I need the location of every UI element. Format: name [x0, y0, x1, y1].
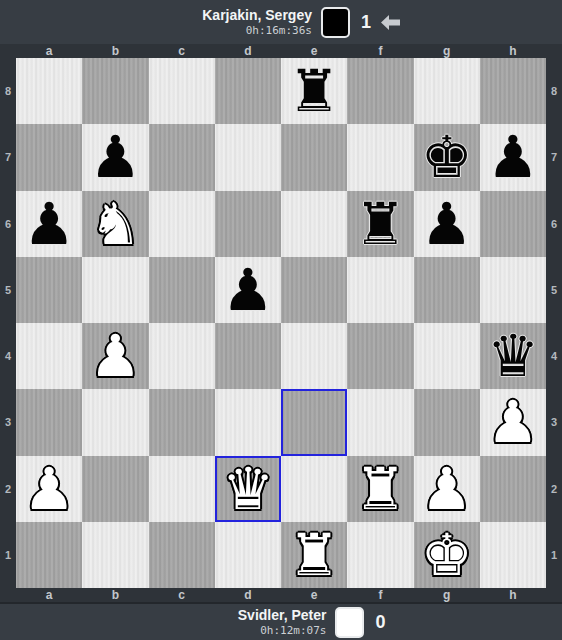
piece-wP-h3[interactable]: ♟ [487, 389, 539, 455]
square-d4[interactable] [215, 323, 281, 389]
square-f5[interactable] [347, 257, 413, 323]
white-color-badge [335, 607, 364, 638]
square-a3[interactable] [16, 389, 82, 455]
file-label-g: g [414, 588, 480, 602]
rank-labels-left: 87654321 [0, 58, 16, 588]
square-f2[interactable]: ♜ [347, 456, 413, 522]
file-label-a: a [16, 44, 82, 58]
file-label-e: e [281, 44, 347, 58]
square-a4[interactable] [16, 323, 82, 389]
square-b6[interactable]: ♞ [82, 191, 148, 257]
square-d2[interactable]: ♛ [215, 456, 281, 522]
rank-label-4: 4 [546, 323, 562, 389]
piece-wN-b6[interactable]: ♞ [89, 191, 141, 257]
piece-wP-g2[interactable]: ♟ [421, 456, 473, 522]
square-c3[interactable] [149, 389, 215, 455]
rank-label-3: 3 [546, 389, 562, 455]
square-a5[interactable] [16, 257, 82, 323]
top-player-clock: 0h:16m:36s [162, 24, 312, 37]
piece-wQ-d2[interactable]: ♛ [222, 456, 274, 522]
square-g5[interactable] [414, 257, 480, 323]
piece-bP-b7[interactable]: ♟ [89, 124, 141, 190]
piece-wR-e1[interactable]: ♜ [288, 522, 340, 588]
rank-label-4: 4 [0, 323, 16, 389]
file-label-g: g [414, 44, 480, 58]
piece-wR-f2[interactable]: ♜ [354, 456, 406, 522]
square-f7[interactable] [347, 124, 413, 190]
file-label-f: f [347, 588, 413, 602]
square-d6[interactable] [215, 191, 281, 257]
square-e1[interactable]: ♜ [281, 522, 347, 588]
square-d1[interactable] [215, 522, 281, 588]
square-f3[interactable] [347, 389, 413, 455]
rank-label-2: 2 [0, 456, 16, 522]
square-h1[interactable] [480, 522, 546, 588]
square-g3[interactable] [414, 389, 480, 455]
square-g4[interactable] [414, 323, 480, 389]
square-e5[interactable] [281, 257, 347, 323]
square-c7[interactable] [149, 124, 215, 190]
file-labels-bottom: abcdefgh [0, 588, 562, 602]
bottom-player-bar: Svidler, Peter 0h:12m:07s 0 [0, 602, 562, 640]
square-b7[interactable]: ♟ [82, 124, 148, 190]
bottom-player-score: 0 [375, 612, 385, 633]
square-h6[interactable] [480, 191, 546, 257]
square-f4[interactable] [347, 323, 413, 389]
rank-label-7: 7 [0, 124, 16, 190]
square-d8[interactable] [215, 58, 281, 124]
square-b3[interactable] [82, 389, 148, 455]
file-label-e: e [281, 588, 347, 602]
piece-bP-h7[interactable]: ♟ [487, 124, 539, 190]
file-label-d: d [215, 588, 281, 602]
rank-label-8: 8 [546, 58, 562, 124]
square-h5[interactable] [480, 257, 546, 323]
piece-bK-g7[interactable]: ♚ [421, 124, 473, 190]
piece-bP-g6[interactable]: ♟ [421, 191, 473, 257]
file-label-d: d [215, 44, 281, 58]
top-player-bar: Karjakin, Sergey 0h:16m:36s 1 [0, 0, 562, 44]
square-a8[interactable] [16, 58, 82, 124]
file-label-f: f [347, 44, 413, 58]
square-d3[interactable] [215, 389, 281, 455]
square-d5[interactable]: ♟ [215, 257, 281, 323]
rank-label-5: 5 [546, 257, 562, 323]
file-label-h: h [480, 588, 546, 602]
square-f1[interactable] [347, 522, 413, 588]
square-d7[interactable] [215, 124, 281, 190]
top-player-name: Karjakin, Sergey [162, 7, 312, 24]
square-h8[interactable] [480, 58, 546, 124]
piece-wP-a2[interactable]: ♟ [23, 456, 75, 522]
rank-label-6: 6 [0, 191, 16, 257]
rank-label-5: 5 [0, 257, 16, 323]
file-label-b: b [82, 588, 148, 602]
square-f8[interactable] [347, 58, 413, 124]
square-b8[interactable] [82, 58, 148, 124]
square-a2[interactable]: ♟ [16, 456, 82, 522]
file-label-c: c [149, 44, 215, 58]
rank-label-6: 6 [546, 191, 562, 257]
rank-label-8: 8 [0, 58, 16, 124]
piece-bQ-h4[interactable]: ♛ [487, 323, 539, 389]
square-g8[interactable] [414, 58, 480, 124]
file-label-b: b [82, 44, 148, 58]
square-h4[interactable]: ♛ [480, 323, 546, 389]
square-h2[interactable] [480, 456, 546, 522]
bottom-player-name: Svidler, Peter [176, 607, 326, 624]
square-c4[interactable] [149, 323, 215, 389]
arrow-left-icon[interactable] [381, 15, 400, 30]
square-e3[interactable] [281, 389, 347, 455]
bottom-player-clock: 0h:12m:07s [176, 624, 326, 637]
square-c2[interactable] [149, 456, 215, 522]
square-g6[interactable]: ♟ [414, 191, 480, 257]
square-g7[interactable]: ♚ [414, 124, 480, 190]
square-e7[interactable] [281, 124, 347, 190]
square-c5[interactable] [149, 257, 215, 323]
piece-wK-g1[interactable]: ♚ [421, 522, 473, 588]
square-b2[interactable] [82, 456, 148, 522]
board-container: abcdefgh 87654321 ♜♟♚♟♟♞♜♟♟♟♛♟♟♛♜♟♜♚ 876… [0, 44, 562, 602]
chess-board: ♜♟♚♟♟♞♜♟♟♟♛♟♟♛♜♟♜♚ [16, 58, 546, 588]
square-c6[interactable] [149, 191, 215, 257]
piece-bP-a6[interactable]: ♟ [23, 191, 75, 257]
file-label-a: a [16, 588, 82, 602]
square-e8[interactable]: ♜ [281, 58, 347, 124]
file-label-h: h [480, 44, 546, 58]
square-b1[interactable] [82, 522, 148, 588]
square-h7[interactable]: ♟ [480, 124, 546, 190]
square-g2[interactable]: ♟ [414, 456, 480, 522]
square-f6[interactable]: ♜ [347, 191, 413, 257]
rank-label-1: 1 [0, 522, 16, 588]
square-e2[interactable] [281, 456, 347, 522]
square-a7[interactable] [16, 124, 82, 190]
square-a1[interactable] [16, 522, 82, 588]
square-a6[interactable]: ♟ [16, 191, 82, 257]
rank-label-3: 3 [0, 389, 16, 455]
square-b4[interactable]: ♟ [82, 323, 148, 389]
file-labels-top: abcdefgh [0, 44, 562, 58]
piece-bR-e8[interactable]: ♜ [288, 58, 340, 124]
rank-label-2: 2 [546, 456, 562, 522]
square-e6[interactable] [281, 191, 347, 257]
piece-bP-d5[interactable]: ♟ [222, 257, 274, 323]
square-b5[interactable] [82, 257, 148, 323]
rank-labels-right: 87654321 [546, 58, 562, 588]
square-h3[interactable]: ♟ [480, 389, 546, 455]
piece-bR-f6[interactable]: ♜ [354, 191, 406, 257]
rank-label-1: 1 [546, 522, 562, 588]
square-c8[interactable] [149, 58, 215, 124]
rank-label-7: 7 [546, 124, 562, 190]
black-color-badge [321, 7, 350, 38]
square-c1[interactable] [149, 522, 215, 588]
file-label-c: c [149, 588, 215, 602]
square-g1[interactable]: ♚ [414, 522, 480, 588]
top-player-score: 1 [361, 12, 371, 33]
square-e4[interactable] [281, 323, 347, 389]
piece-wP-b4[interactable]: ♟ [89, 323, 141, 389]
